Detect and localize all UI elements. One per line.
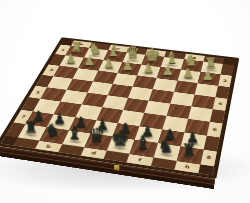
piece-black-knight[interactable]: ♞ bbox=[40, 113, 64, 139]
piece-black-king[interactable]: ♚ bbox=[107, 122, 131, 148]
piece-white-pawn[interactable]: ♟ bbox=[79, 44, 100, 66]
frame-corner bbox=[198, 164, 214, 175]
piece-white-pawn[interactable]: ♟ bbox=[157, 54, 178, 77]
brass-clasp-front[interactable] bbox=[114, 164, 120, 170]
border-cell bbox=[150, 157, 176, 169]
piece-white-pawn[interactable]: ♟ bbox=[198, 58, 219, 81]
photo-canvas: aceg1♜♞♝♛♚♝♞♜♟♟♟♟♟♟♟♟234567♟♟♟♟♟♟♟♟♜♞♝♛♚… bbox=[0, 0, 250, 203]
border-cell bbox=[215, 86, 229, 99]
square-g4[interactable] bbox=[170, 92, 195, 107]
piece-white-pawn[interactable]: ♟ bbox=[138, 51, 159, 74]
square-e4[interactable] bbox=[128, 86, 153, 100]
piece-white-pawn[interactable]: ♟ bbox=[60, 42, 80, 64]
piece-white-pawn[interactable]: ♟ bbox=[118, 49, 139, 72]
chess-set: aceg1♜♞♝♛♚♝♞♜♟♟♟♟♟♟♟♟234567♟♟♟♟♟♟♟♟♜♞♝♛♚… bbox=[0, 38, 238, 178]
chess-board: aceg1♜♞♝♛♚♝♞♜♟♟♟♟♟♟♟♟234567♟♟♟♟♟♟♟♟♜♞♝♛♚… bbox=[0, 38, 238, 178]
piece-white-pawn[interactable]: ♟ bbox=[98, 47, 119, 70]
piece-black-knight[interactable]: ♞ bbox=[153, 129, 178, 156]
border-cell bbox=[221, 64, 235, 76]
piece-black-queen[interactable]: ♛ bbox=[85, 119, 109, 145]
piece-white-pawn[interactable]: ♟ bbox=[177, 56, 198, 79]
piece-black-bishop[interactable]: ♝ bbox=[63, 116, 87, 142]
piece-black-rook[interactable]: ♜ bbox=[19, 110, 43, 136]
piece-black-rook[interactable]: ♜ bbox=[177, 132, 202, 159]
piece-black-bishop[interactable]: ♝ bbox=[130, 126, 154, 153]
